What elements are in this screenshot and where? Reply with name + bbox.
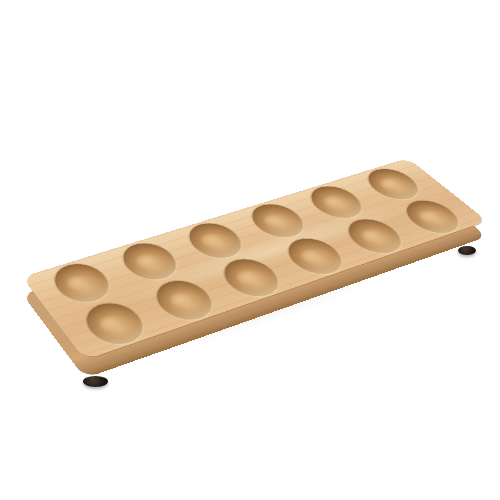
board-foot-left xyxy=(83,376,108,387)
pit-r2-c6[interactable] xyxy=(397,196,468,237)
board-foot-right xyxy=(458,246,476,255)
pit-r1-c4[interactable] xyxy=(242,200,312,242)
pit-r1-c2[interactable] xyxy=(114,238,186,284)
pit-r1-c1[interactable] xyxy=(45,259,118,307)
pit-r1-c5[interactable] xyxy=(302,182,371,222)
product-photo-stage xyxy=(0,0,500,500)
pit-r2-c5[interactable] xyxy=(339,214,411,257)
pit-r1-c3[interactable] xyxy=(180,219,251,263)
pit-r1-c6[interactable] xyxy=(359,165,427,204)
